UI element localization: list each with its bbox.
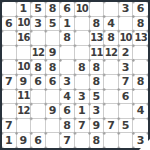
cell-r9c7[interactable]: 9: [90, 119, 105, 134]
cell-r9c9[interactable]: 5: [119, 119, 134, 134]
cell-r6c3[interactable]: 6: [31, 75, 46, 90]
cell-r1c7[interactable]: [90, 2, 105, 17]
cell-r8c5[interactable]: 6: [60, 104, 75, 119]
cell-r9c6[interactable]: 7: [75, 119, 90, 134]
cell-r4c2[interactable]: [17, 46, 32, 61]
cell-r4c10[interactable]: [133, 46, 148, 61]
cell-r6c10[interactable]: 8: [133, 75, 148, 90]
cell-r5c9[interactable]: 3: [119, 60, 134, 75]
cell-r8c6[interactable]: 1: [75, 104, 90, 119]
cell-r6c1[interactable]: 7: [2, 75, 17, 90]
cell-r7c4[interactable]: [46, 90, 61, 105]
puzzle-grid: 1586103661035184816813810131291112210888…: [2, 2, 148, 148]
cell-r8c9[interactable]: [119, 104, 134, 119]
cell-r10c3[interactable]: 6: [31, 133, 46, 148]
cell-r8c2[interactable]: 12: [17, 104, 32, 119]
cell-r3c7[interactable]: 13: [90, 31, 105, 46]
cell-r9c4[interactable]: [46, 119, 61, 134]
cell-r3c4[interactable]: [46, 31, 61, 46]
cell-r7c9[interactable]: 6: [119, 90, 134, 105]
cell-r3c10[interactable]: 13: [133, 31, 148, 46]
cell-r6c7[interactable]: 8: [90, 75, 105, 90]
cell-r8c7[interactable]: 3: [90, 104, 105, 119]
cell-r8c10[interactable]: 4: [133, 104, 148, 119]
cell-r1c3[interactable]: 5: [31, 2, 46, 17]
cell-r3c5[interactable]: 8: [60, 31, 75, 46]
cell-r2c5[interactable]: 1: [60, 17, 75, 32]
cell-r10c7[interactable]: 8: [90, 133, 105, 148]
cell-r2c7[interactable]: 8: [90, 17, 105, 32]
cell-r4c7[interactable]: 11: [90, 46, 105, 61]
cell-r4c9[interactable]: 2: [119, 46, 134, 61]
cell-r5c6[interactable]: 8: [75, 60, 90, 75]
cell-r9c2[interactable]: [17, 119, 32, 134]
cell-r10c9[interactable]: [119, 133, 134, 148]
cell-r6c5[interactable]: 3: [60, 75, 75, 90]
cell-r5c4[interactable]: 8: [46, 60, 61, 75]
cell-r5c1[interactable]: [2, 60, 17, 75]
cell-r6c6[interactable]: [75, 75, 90, 90]
cell-r2c6[interactable]: [75, 17, 90, 32]
cell-r1c5[interactable]: 6: [60, 2, 75, 17]
cell-r6c4[interactable]: 6: [46, 75, 61, 90]
cell-r10c5[interactable]: 7: [60, 133, 75, 148]
cell-r6c2[interactable]: 9: [17, 75, 32, 90]
cell-r2c10[interactable]: 8: [133, 17, 148, 32]
cell-r4c1[interactable]: [2, 46, 17, 61]
cell-r9c8[interactable]: 7: [104, 119, 119, 134]
cell-r5c7[interactable]: 8: [90, 60, 105, 75]
cell-r9c10[interactable]: [133, 119, 148, 134]
cell-r3c1[interactable]: [2, 31, 17, 46]
cell-r1c6[interactable]: 10: [75, 2, 90, 17]
cell-r8c3[interactable]: [31, 104, 46, 119]
cell-r5c2[interactable]: 10: [17, 60, 32, 75]
cell-r7c5[interactable]: 4: [60, 90, 75, 105]
cell-r5c10[interactable]: [133, 60, 148, 75]
cell-r1c1[interactable]: [2, 2, 17, 17]
cell-r5c8[interactable]: [104, 60, 119, 75]
cell-r9c3[interactable]: [31, 119, 46, 134]
cell-r7c1[interactable]: [2, 90, 17, 105]
cell-r2c9[interactable]: [119, 17, 134, 32]
cell-r3c3[interactable]: [31, 31, 46, 46]
cell-r8c4[interactable]: 9: [46, 104, 61, 119]
cell-r10c1[interactable]: 1: [2, 133, 17, 148]
cell-r3c8[interactable]: 8: [104, 31, 119, 46]
cell-r4c4[interactable]: 9: [46, 46, 61, 61]
cell-r10c6[interactable]: [75, 133, 90, 148]
cell-r4c6[interactable]: [75, 46, 90, 61]
cell-r1c4[interactable]: 8: [46, 2, 61, 17]
puzzle-board: 1586103661035184816813810131291112210888…: [0, 0, 150, 150]
cell-r7c6[interactable]: 3: [75, 90, 90, 105]
cell-r8c8[interactable]: [104, 104, 119, 119]
cell-r2c2[interactable]: 10: [17, 17, 32, 32]
cell-r7c2[interactable]: 11: [17, 90, 32, 105]
cell-r2c3[interactable]: 3: [31, 17, 46, 32]
cell-r1c8[interactable]: [104, 2, 119, 17]
cell-r7c8[interactable]: [104, 90, 119, 105]
cell-r4c3[interactable]: 12: [31, 46, 46, 61]
cell-r3c6[interactable]: [75, 31, 90, 46]
cell-r1c10[interactable]: 6: [133, 2, 148, 17]
cell-r1c2[interactable]: 1: [17, 2, 32, 17]
cell-r4c5[interactable]: [60, 46, 75, 61]
cell-r7c3[interactable]: [31, 90, 46, 105]
cell-r6c9[interactable]: 7: [119, 75, 134, 90]
cell-r3c9[interactable]: 10: [119, 31, 134, 46]
cell-r10c8[interactable]: [104, 133, 119, 148]
cell-r2c4[interactable]: 5: [46, 17, 61, 32]
cell-r9c5[interactable]: 8: [60, 119, 75, 134]
cell-r3c2[interactable]: 16: [17, 31, 32, 46]
cell-r4c8[interactable]: 12: [104, 46, 119, 61]
cell-r9c1[interactable]: 7: [2, 119, 17, 134]
cell-r8c1[interactable]: [2, 104, 17, 119]
cell-r5c3[interactable]: 8: [31, 60, 46, 75]
cell-r10c4[interactable]: [46, 133, 61, 148]
cell-r5c5[interactable]: [60, 60, 75, 75]
cell-r2c8[interactable]: 4: [104, 17, 119, 32]
cell-r7c10[interactable]: [133, 90, 148, 105]
cell-r1c9[interactable]: 3: [119, 2, 134, 17]
cell-r7c7[interactable]: 5: [90, 90, 105, 105]
cell-r10c2[interactable]: 9: [17, 133, 32, 148]
cell-r6c8[interactable]: [104, 75, 119, 90]
cell-r2c1[interactable]: 6: [2, 17, 17, 32]
